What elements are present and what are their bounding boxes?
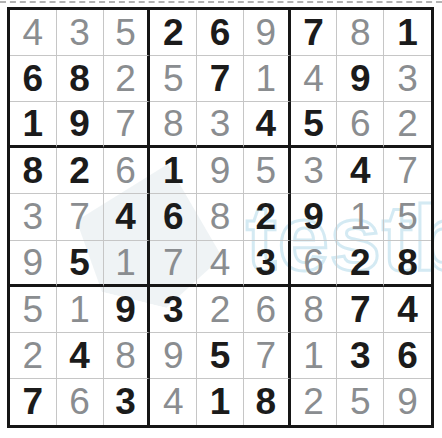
sudoku-board: 4352697816825714931978345628261953473746…: [7, 7, 434, 428]
cell-r6c5: 4: [197, 241, 244, 287]
cell-r3c5: 3: [197, 102, 244, 148]
cell-r8c4: 9: [150, 333, 197, 379]
cell-r3c8: 6: [337, 102, 384, 148]
top-dashed-border: [0, 1, 442, 3]
cell-r1c9: 1: [384, 10, 431, 56]
cell-r9c6: 8: [244, 379, 291, 425]
cell-r6c4: 7: [150, 241, 197, 287]
cell-r8c2: 4: [57, 333, 104, 379]
cell-r4c2: 2: [57, 148, 104, 194]
cell-r9c5: 1: [197, 379, 244, 425]
cell-r8c1: 2: [10, 333, 57, 379]
cell-r7c5: 2: [197, 287, 244, 333]
cell-r4c7: 3: [291, 148, 338, 194]
cell-r9c1: 7: [10, 379, 57, 425]
cell-r3c3: 7: [104, 102, 151, 148]
cell-r5c8: 1: [337, 194, 384, 240]
cell-r7c3: 9: [104, 287, 151, 333]
cell-r7c1: 5: [10, 287, 57, 333]
cell-r4c6: 5: [244, 148, 291, 194]
cell-r1c2: 3: [57, 10, 104, 56]
cell-r8c6: 7: [244, 333, 291, 379]
cell-r5c7: 9: [291, 194, 338, 240]
cell-r7c7: 8: [291, 287, 338, 333]
cell-r8c7: 1: [291, 333, 338, 379]
cell-r5c4: 6: [150, 194, 197, 240]
cell-r2c9: 3: [384, 56, 431, 102]
cell-r9c9: 9: [384, 379, 431, 425]
cell-r4c3: 6: [104, 148, 151, 194]
cell-r8c9: 6: [384, 333, 431, 379]
cell-r1c6: 9: [244, 10, 291, 56]
cell-r6c3: 1: [104, 241, 151, 287]
cell-r3c9: 2: [384, 102, 431, 148]
cell-r7c2: 1: [57, 287, 104, 333]
cell-r4c8: 4: [337, 148, 384, 194]
cell-r5c1: 3: [10, 194, 57, 240]
cell-r2c6: 1: [244, 56, 291, 102]
cell-r6c1: 9: [10, 241, 57, 287]
cell-r9c4: 4: [150, 379, 197, 425]
cell-r2c2: 8: [57, 56, 104, 102]
cell-r9c8: 5: [337, 379, 384, 425]
cell-r3c7: 5: [291, 102, 338, 148]
cell-r2c3: 2: [104, 56, 151, 102]
cell-r8c5: 5: [197, 333, 244, 379]
cell-r2c1: 6: [10, 56, 57, 102]
cell-r5c5: 8: [197, 194, 244, 240]
cell-r5c6: 2: [244, 194, 291, 240]
cell-r7c4: 3: [150, 287, 197, 333]
cell-r1c7: 7: [291, 10, 338, 56]
cell-r2c4: 5: [150, 56, 197, 102]
cell-r1c8: 8: [337, 10, 384, 56]
cell-r3c6: 4: [244, 102, 291, 148]
cell-r3c1: 1: [10, 102, 57, 148]
cell-r7c9: 4: [384, 287, 431, 333]
cell-r5c3: 4: [104, 194, 151, 240]
cell-r4c5: 9: [197, 148, 244, 194]
cell-r6c6: 3: [244, 241, 291, 287]
cell-r6c2: 5: [57, 241, 104, 287]
cell-r9c2: 6: [57, 379, 104, 425]
cell-r8c8: 3: [337, 333, 384, 379]
cell-r3c2: 9: [57, 102, 104, 148]
cell-r6c8: 2: [337, 241, 384, 287]
cell-r2c5: 7: [197, 56, 244, 102]
cell-r1c1: 4: [10, 10, 57, 56]
cell-r9c7: 2: [291, 379, 338, 425]
cell-r5c9: 5: [384, 194, 431, 240]
cell-r7c8: 7: [337, 287, 384, 333]
cell-r4c1: 8: [10, 148, 57, 194]
cell-r7c6: 6: [244, 287, 291, 333]
cell-r4c9: 7: [384, 148, 431, 194]
cell-r1c5: 6: [197, 10, 244, 56]
cell-r5c2: 7: [57, 194, 104, 240]
cell-r1c3: 5: [104, 10, 151, 56]
cell-r2c7: 4: [291, 56, 338, 102]
cell-r9c3: 3: [104, 379, 151, 425]
cell-r1c4: 2: [150, 10, 197, 56]
sudoku-answer-diagram: testbook 4352697816825714931978345628261…: [0, 0, 442, 438]
cell-r6c9: 8: [384, 241, 431, 287]
cell-r8c3: 8: [104, 333, 151, 379]
cell-r6c7: 6: [291, 241, 338, 287]
cell-r3c4: 8: [150, 102, 197, 148]
cell-r2c8: 9: [337, 56, 384, 102]
cell-r4c4: 1: [150, 148, 197, 194]
